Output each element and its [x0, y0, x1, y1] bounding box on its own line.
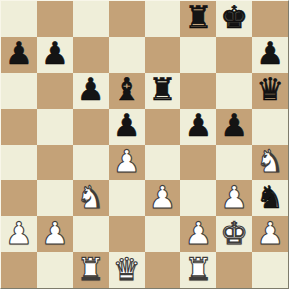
white-knight-c3[interactable]: ♞ [77, 182, 105, 213]
white-pawn-g3[interactable]: ♟ [220, 182, 248, 213]
black-rook-f8[interactable]: ♜ [184, 2, 212, 33]
square-g7[interactable] [216, 37, 252, 73]
square-e5[interactable] [145, 109, 181, 145]
square-c2[interactable] [73, 216, 109, 252]
square-d6[interactable]: ♝ [109, 73, 145, 109]
square-d4[interactable]: ♟ [109, 145, 145, 181]
white-knight-h4[interactable]: ♞ [256, 146, 284, 177]
black-pawn-d5[interactable]: ♟ [113, 110, 141, 141]
square-b6[interactable] [37, 73, 73, 109]
square-d5[interactable]: ♟ [109, 109, 145, 145]
square-h8[interactable] [252, 1, 288, 37]
square-e8[interactable] [145, 1, 181, 37]
black-bishop-d6[interactable]: ♝ [113, 74, 141, 105]
square-h1[interactable] [252, 252, 288, 288]
square-d2[interactable] [109, 216, 145, 252]
white-rook-f1[interactable]: ♜ [184, 254, 212, 285]
square-g6[interactable] [216, 73, 252, 109]
square-g4[interactable] [216, 145, 252, 181]
black-pawn-a7[interactable]: ♟ [5, 38, 33, 69]
black-pawn-c6[interactable]: ♟ [77, 74, 105, 105]
square-f5[interactable]: ♟ [180, 109, 216, 145]
square-g1[interactable] [216, 252, 252, 288]
square-h2[interactable]: ♟ [252, 216, 288, 252]
square-f3[interactable] [180, 180, 216, 216]
square-f6[interactable] [180, 73, 216, 109]
square-g8[interactable]: ♚ [216, 1, 252, 37]
square-c5[interactable] [73, 109, 109, 145]
square-f1[interactable]: ♜ [180, 252, 216, 288]
square-a6[interactable] [1, 73, 37, 109]
square-c1[interactable]: ♜ [73, 252, 109, 288]
white-pawn-d4[interactable]: ♟ [113, 146, 141, 177]
square-h6[interactable]: ♛ [252, 73, 288, 109]
square-c7[interactable] [73, 37, 109, 73]
square-f4[interactable] [180, 145, 216, 181]
square-e2[interactable] [145, 216, 181, 252]
square-e4[interactable] [145, 145, 181, 181]
square-h4[interactable]: ♞ [252, 145, 288, 181]
square-g5[interactable]: ♟ [216, 109, 252, 145]
white-queen-d1[interactable]: ♛ [113, 254, 141, 285]
square-b1[interactable] [37, 252, 73, 288]
square-f7[interactable] [180, 37, 216, 73]
square-b5[interactable] [37, 109, 73, 145]
square-h3[interactable]: ♞ [252, 180, 288, 216]
square-a5[interactable] [1, 109, 37, 145]
black-pawn-h7[interactable]: ♟ [256, 38, 284, 69]
square-g3[interactable]: ♟ [216, 180, 252, 216]
white-pawn-a2[interactable]: ♟ [5, 218, 33, 249]
square-f8[interactable]: ♜ [180, 1, 216, 37]
black-queen-h6[interactable]: ♛ [256, 74, 284, 105]
square-c3[interactable]: ♞ [73, 180, 109, 216]
square-h5[interactable] [252, 109, 288, 145]
square-c8[interactable] [73, 1, 109, 37]
black-pawn-b7[interactable]: ♟ [41, 38, 69, 69]
black-king-g8[interactable]: ♚ [220, 2, 248, 33]
square-g2[interactable]: ♚ [216, 216, 252, 252]
square-e1[interactable] [145, 252, 181, 288]
square-c4[interactable] [73, 145, 109, 181]
square-a7[interactable]: ♟ [1, 37, 37, 73]
square-f2[interactable]: ♟ [180, 216, 216, 252]
square-d3[interactable] [109, 180, 145, 216]
square-a1[interactable] [1, 252, 37, 288]
white-rook-c1[interactable]: ♜ [77, 254, 105, 285]
square-d8[interactable] [109, 1, 145, 37]
square-a4[interactable] [1, 145, 37, 181]
white-pawn-e3[interactable]: ♟ [149, 182, 177, 213]
square-a8[interactable] [1, 1, 37, 37]
white-king-g2[interactable]: ♚ [220, 218, 248, 249]
white-pawn-b2[interactable]: ♟ [41, 218, 69, 249]
square-a3[interactable] [1, 180, 37, 216]
square-e6[interactable]: ♜ [145, 73, 181, 109]
square-c6[interactable]: ♟ [73, 73, 109, 109]
black-pawn-g5[interactable]: ♟ [220, 110, 248, 141]
square-d1[interactable]: ♛ [109, 252, 145, 288]
square-b2[interactable]: ♟ [37, 216, 73, 252]
square-b8[interactable] [37, 1, 73, 37]
square-h7[interactable]: ♟ [252, 37, 288, 73]
square-a2[interactable]: ♟ [1, 216, 37, 252]
square-d7[interactable] [109, 37, 145, 73]
black-rook-e6[interactable]: ♜ [149, 74, 177, 105]
chess-board-window: ♜♚♟♟♟♟♝♜♛♟♟♟♟♞♞♟♟♞♟♟♟♚♟♜♛♜ [0, 0, 289, 289]
black-knight-h3[interactable]: ♞ [256, 182, 284, 213]
square-e7[interactable] [145, 37, 181, 73]
square-b4[interactable] [37, 145, 73, 181]
black-pawn-f5[interactable]: ♟ [184, 110, 212, 141]
white-pawn-h2[interactable]: ♟ [256, 218, 284, 249]
white-pawn-f2[interactable]: ♟ [184, 218, 212, 249]
chess-board: ♜♚♟♟♟♟♝♜♛♟♟♟♟♞♞♟♟♞♟♟♟♚♟♜♛♜ [0, 0, 289, 289]
square-b3[interactable] [37, 180, 73, 216]
square-b7[interactable]: ♟ [37, 37, 73, 73]
square-e3[interactable]: ♟ [145, 180, 181, 216]
